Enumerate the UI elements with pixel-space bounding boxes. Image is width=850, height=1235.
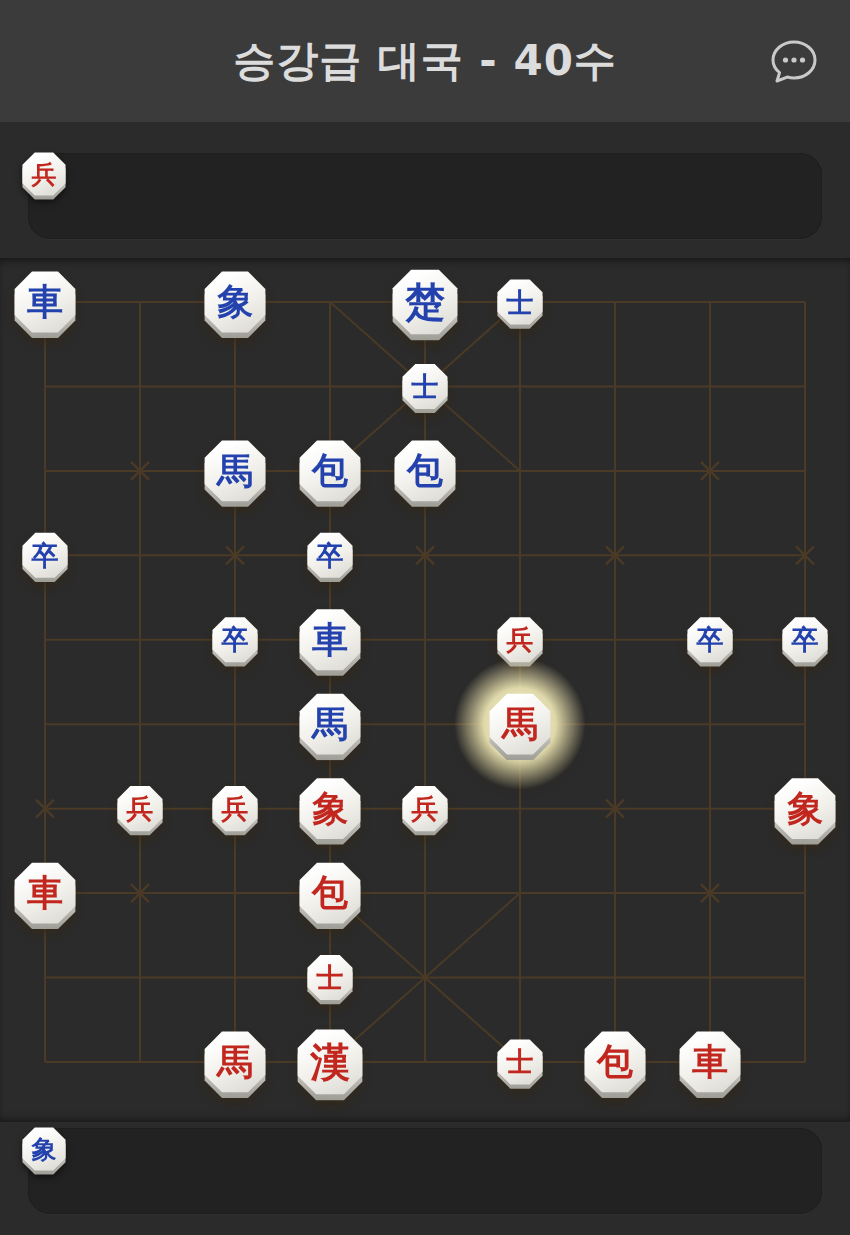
piece-glyph: 卒 (782, 617, 828, 663)
piece-glyph: 馬 (204, 440, 266, 502)
piece-glyph: 象 (22, 1127, 66, 1171)
blue-cannon-piece[interactable]: 包 (394, 440, 456, 502)
red-elephant-piece[interactable]: 象 (774, 778, 836, 840)
blue-chariot-piece[interactable]: 車 (14, 271, 76, 333)
piece-glyph: 象 (774, 778, 836, 840)
match-title: 승강급 대국 - 40수 (0, 0, 850, 122)
piece-glyph: 卒 (307, 532, 353, 578)
red-cannon-piece[interactable]: 包 (299, 862, 361, 924)
red-guard-piece[interactable]: 士 (497, 1039, 543, 1085)
piece-glyph: 車 (679, 1031, 741, 1093)
captured-tray-bottom: 象 (28, 1128, 822, 1214)
piece-glyph: 漢 (297, 1029, 363, 1095)
red-soldier-piece[interactable]: 兵 (212, 786, 258, 832)
chat-bubble-icon (768, 36, 820, 88)
blue-soldier-piece[interactable]: 卒 (307, 532, 353, 578)
red-cannon-piece[interactable]: 包 (584, 1031, 646, 1093)
red-general-piece[interactable]: 漢 (297, 1029, 363, 1095)
red-horse-piece[interactable]: 馬 (489, 693, 551, 755)
janggi-board[interactable]: 車象楚士士馬包包卒卒卒車兵卒卒馬馬兵兵象兵象車包士馬漢士包車 (0, 258, 850, 1122)
piece-glyph: 卒 (687, 617, 733, 663)
red-guard-piece[interactable]: 士 (307, 955, 353, 1001)
blue-guard-piece[interactable]: 士 (402, 363, 448, 409)
chat-button[interactable] (768, 36, 820, 88)
piece-glyph: 車 (299, 609, 361, 671)
red-soldier-piece[interactable]: 兵 (497, 617, 543, 663)
piece-glyph: 兵 (117, 786, 163, 832)
piece-glyph: 馬 (299, 693, 361, 755)
piece-glyph: 象 (299, 778, 361, 840)
red-soldier-piece[interactable]: 兵 (117, 786, 163, 832)
blue-elephant-piece[interactable]: 象 (204, 271, 266, 333)
blue-elephant-piece[interactable]: 象 (22, 1127, 66, 1171)
piece-glyph: 士 (402, 363, 448, 409)
blue-soldier-piece[interactable]: 卒 (212, 617, 258, 663)
blue-soldier-piece[interactable]: 卒 (687, 617, 733, 663)
piece-glyph: 士 (497, 1039, 543, 1085)
piece-glyph: 包 (299, 862, 361, 924)
piece-glyph: 卒 (22, 532, 68, 578)
blue-cannon-piece[interactable]: 包 (299, 440, 361, 502)
piece-glyph: 兵 (22, 152, 66, 196)
blue-chariot-piece[interactable]: 車 (299, 609, 361, 671)
piece-glyph: 馬 (204, 1031, 266, 1093)
piece-glyph: 士 (497, 279, 543, 325)
piece-glyph: 卒 (212, 617, 258, 663)
captured-tray-top: 兵 (28, 153, 822, 239)
piece-glyph: 楚 (392, 269, 458, 335)
janggi-app: 승강급 대국 - 40수 兵 車象楚士士馬包包卒卒卒車兵卒卒馬馬兵兵象兵象車包士… (0, 0, 850, 1235)
app-header: 승강급 대국 - 40수 (0, 0, 850, 122)
blue-soldier-piece[interactable]: 卒 (22, 532, 68, 578)
piece-glyph: 車 (14, 271, 76, 333)
red-chariot-piece[interactable]: 車 (14, 862, 76, 924)
piece-glyph: 士 (307, 955, 353, 1001)
red-horse-piece[interactable]: 馬 (204, 1031, 266, 1093)
piece-glyph: 象 (204, 271, 266, 333)
red-soldier-piece[interactable]: 兵 (22, 152, 66, 196)
piece-glyph: 包 (394, 440, 456, 502)
blue-general-piece[interactable]: 楚 (392, 269, 458, 335)
piece-glyph: 馬 (489, 693, 551, 755)
piece-glyph: 車 (14, 862, 76, 924)
blue-horse-piece[interactable]: 馬 (204, 440, 266, 502)
piece-glyph: 兵 (497, 617, 543, 663)
blue-guard-piece[interactable]: 士 (497, 279, 543, 325)
piece-glyph: 包 (299, 440, 361, 502)
piece-glyph: 包 (584, 1031, 646, 1093)
blue-soldier-piece[interactable]: 卒 (782, 617, 828, 663)
blue-horse-piece[interactable]: 馬 (299, 693, 361, 755)
piece-glyph: 兵 (402, 786, 448, 832)
red-chariot-piece[interactable]: 車 (679, 1031, 741, 1093)
piece-glyph: 兵 (212, 786, 258, 832)
red-elephant-piece[interactable]: 象 (299, 778, 361, 840)
red-soldier-piece[interactable]: 兵 (402, 786, 448, 832)
